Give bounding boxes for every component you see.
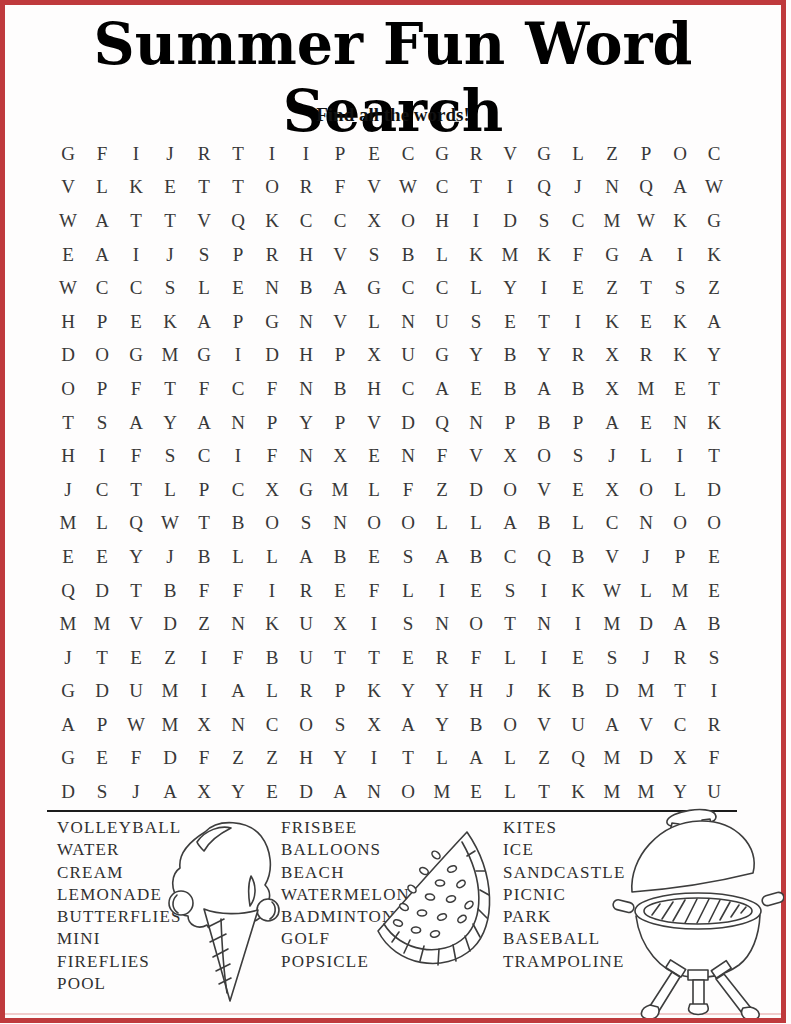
grid-cell-r7c8: H [289, 339, 323, 373]
grid-cell-r19c17: M [595, 742, 629, 776]
word-list-item: PICNIC [503, 884, 626, 906]
grid-cell-r10c20: T [697, 439, 731, 473]
grid-cell-r2c1: V [51, 171, 85, 205]
grid-cell-r13c1: E [51, 540, 85, 574]
grid-cell-r18c5: X [187, 708, 221, 742]
grid-cell-r4c12: L [425, 238, 459, 272]
grid-cell-r4c15: K [527, 238, 561, 272]
grid-cell-r11c13: D [459, 473, 493, 507]
grid-cell-r13c11: S [391, 540, 425, 574]
grid-cell-r6c4: K [153, 305, 187, 339]
grid-cell-r13c14: C [493, 540, 527, 574]
grid-cell-r19c2: E [85, 742, 119, 776]
grid-cell-r14c13: E [459, 574, 493, 608]
grid-cell-r14c7: I [255, 574, 289, 608]
grid-cell-r2c13: T [459, 171, 493, 205]
grid-cell-r15c2: M [85, 607, 119, 641]
grid-cell-r8c6: C [221, 372, 255, 406]
grid-cell-r11c2: C [85, 473, 119, 507]
grid-cell-r20c6: Y [221, 775, 255, 809]
grid-cell-r8c1: O [51, 372, 85, 406]
grid-cell-r10c3: F [119, 439, 153, 473]
grid-cell-r9c4: Y [153, 406, 187, 440]
grid-cell-r20c15: T [527, 775, 561, 809]
grid-cell-r17c1: G [51, 675, 85, 709]
grid-cell-r8c5: F [187, 372, 221, 406]
grid-cell-r6c5: A [187, 305, 221, 339]
grid-cell-r3c4: T [153, 204, 187, 238]
grid-cell-r17c14: J [493, 675, 527, 709]
grid-cell-r8c20: T [697, 372, 731, 406]
grid-cell-r16c6: F [221, 641, 255, 675]
grid-cell-r2c10: V [357, 171, 391, 205]
grid-cell-r10c16: S [561, 439, 595, 473]
grid-cell-r7c11: U [391, 339, 425, 373]
grid-cell-r20c19: Y [663, 775, 697, 809]
grid-cell-r1c14: V [493, 137, 527, 171]
grid-cell-r3c8: C [289, 204, 323, 238]
grid-cell-r19c4: D [153, 742, 187, 776]
grid-cell-r19c5: F [187, 742, 221, 776]
grid-cell-r3c17: M [595, 204, 629, 238]
grid-cell-r2c19: A [663, 171, 697, 205]
grid-cell-r18c18: V [629, 708, 663, 742]
grid-cell-r5c20: Z [697, 271, 731, 305]
grid-cell-r15c9: X [323, 607, 357, 641]
grid-cell-r8c8: N [289, 372, 323, 406]
grid-cell-r16c13: F [459, 641, 493, 675]
grid-cell-r13c3: Y [119, 540, 153, 574]
grid-cell-r12c16: L [561, 507, 595, 541]
grid-cell-r16c5: I [187, 641, 221, 675]
word-list-item: VOLLEYBALL [57, 817, 182, 839]
grid-cell-r4c7: R [255, 238, 289, 272]
grid-cell-r2c16: J [561, 171, 595, 205]
grid-cell-r10c18: L [629, 439, 663, 473]
grid-cell-r12c8: S [289, 507, 323, 541]
grid-cell-r15c16: I [561, 607, 595, 641]
grid-cell-r19c19: X [663, 742, 697, 776]
grid-cell-r11c17: X [595, 473, 629, 507]
grid-cell-r5c7: N [255, 271, 289, 305]
grid-cell-r20c5: X [187, 775, 221, 809]
grid-cell-r5c2: C [85, 271, 119, 305]
grid-cell-r2c15: Q [527, 171, 561, 205]
grid-cell-r7c10: X [357, 339, 391, 373]
grid-cell-r20c13: E [459, 775, 493, 809]
grid-cell-r19c9: Y [323, 742, 357, 776]
grid-cell-r19c6: Z [221, 742, 255, 776]
grid-cell-r9c1: T [51, 406, 85, 440]
word-list-item: LEMONADE [57, 884, 182, 906]
grid-cell-r10c8: N [289, 439, 323, 473]
grid-cell-r13c4: J [153, 540, 187, 574]
grid-cell-r8c2: P [85, 372, 119, 406]
grid-cell-r13c18: J [629, 540, 663, 574]
grid-cell-r3c7: K [255, 204, 289, 238]
grid-cell-r2c8: R [289, 171, 323, 205]
grid-cell-r5c19: S [663, 271, 697, 305]
grid-cell-r20c10: N [357, 775, 391, 809]
grid-cell-r9c12: Q [425, 406, 459, 440]
grid-cell-r6c18: E [629, 305, 663, 339]
grid-cell-r13c13: B [459, 540, 493, 574]
grid-cell-r13c19: P [663, 540, 697, 574]
grid-cell-r11c3: T [119, 473, 153, 507]
grid-cell-r11c11: F [391, 473, 425, 507]
grid-cell-r2c4: E [153, 171, 187, 205]
grid-cell-r18c19: C [663, 708, 697, 742]
grid-cell-r18c7: C [255, 708, 289, 742]
grid-cell-r8c7: F [255, 372, 289, 406]
grid-cell-r7c3: G [119, 339, 153, 373]
grid-cell-r3c11: O [391, 204, 425, 238]
grid-cell-r9c13: N [459, 406, 493, 440]
grid-cell-r5c14: Y [493, 271, 527, 305]
grid-cell-r16c3: E [119, 641, 153, 675]
grid-cell-r7c17: X [595, 339, 629, 373]
grid-cell-r19c13: A [459, 742, 493, 776]
grid-cell-r8c4: T [153, 372, 187, 406]
grid-cell-r6c17: K [595, 305, 629, 339]
grid-cell-r5c5: L [187, 271, 221, 305]
grid-cell-r17c17: D [595, 675, 629, 709]
grid-cell-r14c3: T [119, 574, 153, 608]
grid-cell-r5c4: S [153, 271, 187, 305]
grid-cell-r20c8: D [289, 775, 323, 809]
grid-cell-r5c11: C [391, 271, 425, 305]
grid-cell-r19c1: G [51, 742, 85, 776]
grid-cell-r18c16: U [561, 708, 595, 742]
grid-cell-r4c9: V [323, 238, 357, 272]
grid-cell-r18c17: A [595, 708, 629, 742]
word-list-item: TRAMPOLINE [503, 951, 626, 973]
grid-cell-r15c1: M [51, 607, 85, 641]
grid-cell-r12c11: O [391, 507, 425, 541]
word-list-item: CREAM [57, 862, 182, 884]
grid-cell-r18c20: R [697, 708, 731, 742]
grid-cell-r13c16: B [561, 540, 595, 574]
grid-cell-r17c8: R [289, 675, 323, 709]
grid-cell-r12c19: O [663, 507, 697, 541]
grid-cell-r9c17: A [595, 406, 629, 440]
grid-cell-r5c13: L [459, 271, 493, 305]
word-list-column-1: VOLLEYBALLWATERCREAMLEMONADEBUTTERFLIESM… [57, 817, 182, 995]
grid-cell-r18c2: P [85, 708, 119, 742]
grid-cell-r15c5: Z [187, 607, 221, 641]
grid-cell-r11c5: P [187, 473, 221, 507]
grid-cell-r20c2: S [85, 775, 119, 809]
grid-cell-r14c10: F [357, 574, 391, 608]
grid-cell-r4c19: I [663, 238, 697, 272]
grid-cell-r15c7: K [255, 607, 289, 641]
grid-cell-r6c14: E [493, 305, 527, 339]
grid-cell-r14c19: M [663, 574, 697, 608]
grid-cell-r16c4: Z [153, 641, 187, 675]
grid-cell-r13c20: E [697, 540, 731, 574]
grid-cell-r20c18: M [629, 775, 663, 809]
grid-cell-r14c8: R [289, 574, 323, 608]
grid-cell-r4c4: J [153, 238, 187, 272]
grid-cell-r8c15: A [527, 372, 561, 406]
grid-cell-r4c14: M [493, 238, 527, 272]
grid-cell-r14c5: F [187, 574, 221, 608]
bbq-grill-drawing [612, 808, 784, 1018]
grid-cell-r4c11: B [391, 238, 425, 272]
grid-cell-r10c14: X [493, 439, 527, 473]
grid-cell-r6c11: N [391, 305, 425, 339]
grid-cell-r14c18: L [629, 574, 663, 608]
grid-cell-r7c12: G [425, 339, 459, 373]
grid-cell-r9c20: K [697, 406, 731, 440]
grid-cell-r12c6: B [221, 507, 255, 541]
grid-cell-r15c8: U [289, 607, 323, 641]
grid-cell-r4c18: A [629, 238, 663, 272]
grid-cell-r12c3: Q [119, 507, 153, 541]
grid-cell-r18c10: X [357, 708, 391, 742]
grid-cell-r4c5: S [187, 238, 221, 272]
grid-cell-r17c19: T [663, 675, 697, 709]
grid-cell-r20c7: E [255, 775, 289, 809]
grid-cell-r18c14: O [493, 708, 527, 742]
grid-cell-r19c20: F [697, 742, 731, 776]
grid-cell-r6c16: I [561, 305, 595, 339]
grid-cell-r1c13: R [459, 137, 493, 171]
grid-cell-r9c14: P [493, 406, 527, 440]
grid-cell-r2c17: N [595, 171, 629, 205]
grid-cell-r15c3: V [119, 607, 153, 641]
grid-cell-r9c7: P [255, 406, 289, 440]
grid-cell-r11c20: D [697, 473, 731, 507]
grid-cell-r3c1: W [51, 204, 85, 238]
grid-cell-r9c9: P [323, 406, 357, 440]
grid-cell-r14c11: L [391, 574, 425, 608]
grid-cell-r7c4: M [153, 339, 187, 373]
grid-cell-r19c18: D [629, 742, 663, 776]
grid-cell-r12c2: L [85, 507, 119, 541]
word-list-column-3: KITESICESANDCASTLEPICNICPARKBASEBALLTRAM… [503, 817, 626, 973]
grid-cell-r14c9: E [323, 574, 357, 608]
grid-cell-r1c18: P [629, 137, 663, 171]
grid-cell-r2c5: T [187, 171, 221, 205]
grid-cell-r11c12: Z [425, 473, 459, 507]
grid-cell-r6c3: E [119, 305, 153, 339]
grid-cell-r2c14: I [493, 171, 527, 205]
grid-cell-r8c14: B [493, 372, 527, 406]
grid-cell-r4c16: F [561, 238, 595, 272]
grid-cell-r3c14: D [493, 204, 527, 238]
grid-cell-r3c9: C [323, 204, 357, 238]
word-list-item: WATER [57, 839, 182, 861]
grid-cell-r9c11: D [391, 406, 425, 440]
word-list-item: SANDCASTLE [503, 862, 626, 884]
grid-cell-r20c17: M [595, 775, 629, 809]
grid-cell-r7c18: R [629, 339, 663, 373]
grid-cell-r7c1: D [51, 339, 85, 373]
grid-cell-r6c9: V [323, 305, 357, 339]
worksheet-page: Summer Fun Word Search Find all the word… [0, 0, 791, 1024]
grid-cell-r16c10: T [357, 641, 391, 675]
grid-cell-r17c11: Y [391, 675, 425, 709]
grid-cell-r8c13: E [459, 372, 493, 406]
grid-cell-r19c14: L [493, 742, 527, 776]
grid-cell-r1c6: T [221, 137, 255, 171]
grid-cell-r14c15: I [527, 574, 561, 608]
grid-cell-r15c18: D [629, 607, 663, 641]
grid-cell-r14c12: I [425, 574, 459, 608]
grid-cell-r8c3: F [119, 372, 153, 406]
grid-cell-r18c12: Y [425, 708, 459, 742]
grid-cell-r4c6: P [221, 238, 255, 272]
grid-cell-r17c18: M [629, 675, 663, 709]
grid-cell-r2c6: T [221, 171, 255, 205]
grid-cell-r3c18: W [629, 204, 663, 238]
grid-cell-r15c20: B [697, 607, 731, 641]
grid-cell-r4c2: A [85, 238, 119, 272]
grid-cell-r1c15: G [527, 137, 561, 171]
grid-cell-r16c2: T [85, 641, 119, 675]
grid-cell-r16c8: U [289, 641, 323, 675]
grid-cell-r1c5: R [187, 137, 221, 171]
grid-cell-r9c6: N [221, 406, 255, 440]
grid-cell-r16c9: T [323, 641, 357, 675]
grid-cell-r2c20: W [697, 171, 731, 205]
grid-cell-r5c3: C [119, 271, 153, 305]
grid-cell-r17c3: U [119, 675, 153, 709]
grid-cell-r1c8: I [289, 137, 323, 171]
grid-cell-r8c12: A [425, 372, 459, 406]
grid-cell-r11c15: V [527, 473, 561, 507]
grid-cell-r13c7: L [255, 540, 289, 574]
grid-cell-r14c16: K [561, 574, 595, 608]
grid-cell-r12c7: O [255, 507, 289, 541]
word-search-grid: GFIJRTIIPECGRVGLZPOCVLKETTORFVWCTIQJNQAW… [51, 137, 731, 809]
grid-cell-r5c9: A [323, 271, 357, 305]
grid-cell-r2c7: O [255, 171, 289, 205]
grid-cell-r18c9: S [323, 708, 357, 742]
grid-cell-r8c18: M [629, 372, 663, 406]
grid-cell-r6c20: A [697, 305, 731, 339]
grid-cell-r6c12: U [425, 305, 459, 339]
grid-cell-r4c17: G [595, 238, 629, 272]
grid-cell-r11c8: G [289, 473, 323, 507]
grid-cell-r13c12: A [425, 540, 459, 574]
grid-cell-r1c3: I [119, 137, 153, 171]
grid-cell-r3c15: S [527, 204, 561, 238]
grid-cell-r13c8: A [289, 540, 323, 574]
grid-cell-r20c12: M [425, 775, 459, 809]
grid-cell-r10c13: V [459, 439, 493, 473]
grid-cell-r1c1: G [51, 137, 85, 171]
grid-cell-r15c14: T [493, 607, 527, 641]
grid-cell-r4c3: I [119, 238, 153, 272]
grid-cell-r9c16: P [561, 406, 595, 440]
grid-cell-r17c13: H [459, 675, 493, 709]
grid-cell-r3c13: I [459, 204, 493, 238]
grid-cell-r11c14: O [493, 473, 527, 507]
grid-cell-r7c13: Y [459, 339, 493, 373]
grid-cell-r9c10: V [357, 406, 391, 440]
grid-cell-r16c16: E [561, 641, 595, 675]
grid-cell-r7c9: P [323, 339, 357, 373]
grid-cell-r16c20: S [697, 641, 731, 675]
grid-cell-r20c20: U [697, 775, 731, 809]
grid-cell-r11c7: X [255, 473, 289, 507]
grid-cell-r1c7: I [255, 137, 289, 171]
grid-cell-r6c19: K [663, 305, 697, 339]
grid-cell-r3c20: G [697, 204, 731, 238]
grid-cell-r5c17: Z [595, 271, 629, 305]
grid-cell-r6c15: T [527, 305, 561, 339]
grid-cell-r5c1: W [51, 271, 85, 305]
grid-cell-r14c2: D [85, 574, 119, 608]
grid-cell-r4c10: S [357, 238, 391, 272]
grid-cell-r20c16: K [561, 775, 595, 809]
grid-cell-r14c1: Q [51, 574, 85, 608]
grid-cell-r10c9: X [323, 439, 357, 473]
grid-cell-r5c6: E [221, 271, 255, 305]
grid-cell-r12c4: W [153, 507, 187, 541]
grid-cell-r2c11: W [391, 171, 425, 205]
grid-cell-r1c10: E [357, 137, 391, 171]
grid-cell-r15c13: O [459, 607, 493, 641]
grid-cell-r15c4: D [153, 607, 187, 641]
grid-cell-r19c12: L [425, 742, 459, 776]
grid-cell-r16c7: B [255, 641, 289, 675]
grid-cell-r18c3: W [119, 708, 153, 742]
grid-cell-r1c20: C [697, 137, 731, 171]
grid-cell-r19c16: Q [561, 742, 595, 776]
grid-cell-r9c8: Y [289, 406, 323, 440]
grid-cell-r7c7: D [255, 339, 289, 373]
grid-cell-r8c11: C [391, 372, 425, 406]
grid-cell-r17c20: I [697, 675, 731, 709]
grid-cell-r10c12: F [425, 439, 459, 473]
grid-cell-r10c2: I [85, 439, 119, 473]
word-list-item: ICE [503, 839, 626, 861]
grid-cell-r16c17: S [595, 641, 629, 675]
grid-cell-r4c1: E [51, 238, 85, 272]
grid-cell-r13c15: Q [527, 540, 561, 574]
grid-cell-r12c17: C [595, 507, 629, 541]
grid-cell-r3c10: X [357, 204, 391, 238]
grid-cell-r8c17: X [595, 372, 629, 406]
word-list-item: KITES [503, 817, 626, 839]
grid-cell-r18c6: N [221, 708, 255, 742]
grid-cell-r10c1: H [51, 439, 85, 473]
grid-cell-r12c14: A [493, 507, 527, 541]
grid-cell-r15c11: S [391, 607, 425, 641]
grid-cell-r6c13: S [459, 305, 493, 339]
grid-cell-r3c12: H [425, 204, 459, 238]
grid-cell-r15c19: A [663, 607, 697, 641]
grid-cell-r6c1: H [51, 305, 85, 339]
grid-cell-r15c15: N [527, 607, 561, 641]
grid-cell-r11c10: L [357, 473, 391, 507]
grid-cell-r12c5: T [187, 507, 221, 541]
grid-cell-r10c5: C [187, 439, 221, 473]
grid-cell-r17c7: L [255, 675, 289, 709]
grid-cell-r7c14: B [493, 339, 527, 373]
grid-cell-r19c15: Z [527, 742, 561, 776]
grid-cell-r1c9: P [323, 137, 357, 171]
grid-cell-r2c18: Q [629, 171, 663, 205]
grid-cell-r1c2: F [85, 137, 119, 171]
grid-cell-r9c3: A [119, 406, 153, 440]
grid-cell-r5c8: B [289, 271, 323, 305]
grid-cell-r12c12: L [425, 507, 459, 541]
grid-cell-r7c15: Y [527, 339, 561, 373]
